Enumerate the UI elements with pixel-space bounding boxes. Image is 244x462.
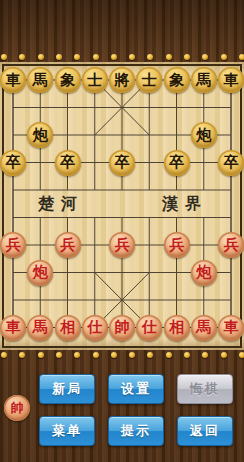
red-piece-相[interactable]: 相 — [55, 315, 81, 341]
undo-button[interactable]: 悔棋 — [177, 374, 233, 404]
black-piece-車[interactable]: 車 — [0, 67, 26, 93]
stud-icon — [184, 352, 190, 358]
stud-icon — [93, 54, 99, 60]
red-piece-兵[interactable]: 兵 — [218, 232, 244, 258]
black-piece-車[interactable]: 車 — [218, 67, 244, 93]
turn-indicator-piece: 帥 — [4, 395, 30, 421]
red-piece-兵[interactable]: 兵 — [55, 232, 81, 258]
stud-icon — [56, 54, 62, 60]
black-piece-卒[interactable]: 卒 — [109, 150, 135, 176]
hint-button[interactable]: 提示 — [108, 416, 164, 446]
settings-button[interactable]: 设置 — [108, 374, 164, 404]
red-piece-炮[interactable]: 炮 — [191, 260, 217, 286]
red-piece-炮[interactable]: 炮 — [27, 260, 53, 286]
black-piece-卒[interactable]: 卒 — [218, 150, 244, 176]
stud-icon — [1, 54, 7, 60]
black-piece-士[interactable]: 士 — [82, 67, 108, 93]
red-piece-相[interactable]: 相 — [164, 315, 190, 341]
stud-icon — [129, 352, 135, 358]
xiangqi-board[interactable]: 楚河 漢界 車馬象士將士象馬車炮炮卒卒卒卒卒兵兵兵兵兵炮炮車馬相仕帥仕相馬車 — [0, 62, 244, 350]
new-game-button[interactable]: 新局 — [39, 374, 95, 404]
stud-icon — [111, 352, 117, 358]
stud-icon — [74, 54, 80, 60]
black-piece-卒[interactable]: 卒 — [164, 150, 190, 176]
black-piece-卒[interactable]: 卒 — [55, 150, 81, 176]
red-piece-兵[interactable]: 兵 — [109, 232, 135, 258]
red-piece-帥[interactable]: 帥 — [109, 315, 135, 341]
stud-icon — [1, 352, 7, 358]
stud-icon — [74, 352, 80, 358]
black-piece-卒[interactable]: 卒 — [0, 150, 26, 176]
stud-icon — [147, 352, 153, 358]
stud-icon — [202, 54, 208, 60]
stud-icon — [202, 352, 208, 358]
stud-icon — [38, 352, 44, 358]
stud-icon — [56, 352, 62, 358]
stud-icon — [93, 352, 99, 358]
stud-icon — [184, 54, 190, 60]
black-piece-象[interactable]: 象 — [55, 67, 81, 93]
back-button[interactable]: 返回 — [177, 416, 233, 446]
red-piece-兵[interactable]: 兵 — [0, 232, 26, 258]
red-piece-車[interactable]: 車 — [218, 315, 244, 341]
menu-button[interactable]: 菜单 — [39, 416, 95, 446]
black-piece-炮[interactable]: 炮 — [191, 122, 217, 148]
black-piece-象[interactable]: 象 — [164, 67, 190, 93]
red-piece-車[interactable]: 車 — [0, 315, 26, 341]
river-label-left: 楚河 — [38, 192, 84, 216]
stud-icon — [221, 352, 227, 358]
red-piece-仕[interactable]: 仕 — [82, 315, 108, 341]
stud-icon — [166, 352, 172, 358]
stud-icon — [166, 54, 172, 60]
stud-icon — [221, 54, 227, 60]
red-piece-馬[interactable]: 馬 — [191, 315, 217, 341]
river-label-right: 漢界 — [162, 192, 208, 216]
stud-icon — [38, 54, 44, 60]
black-piece-馬[interactable]: 馬 — [191, 67, 217, 93]
stud-icon — [239, 352, 244, 358]
xiangqi-app: 楚河 漢界 車馬象士將士象馬車炮炮卒卒卒卒卒兵兵兵兵兵炮炮車馬相仕帥仕相馬車 帥… — [0, 0, 244, 462]
stud-icon — [111, 54, 117, 60]
stud-icon — [147, 54, 153, 60]
stud-icon — [129, 54, 135, 60]
red-piece-仕[interactable]: 仕 — [136, 315, 162, 341]
black-piece-將[interactable]: 將 — [109, 67, 135, 93]
red-piece-馬[interactable]: 馬 — [27, 315, 53, 341]
stud-icon — [239, 54, 244, 60]
stud-icon — [19, 352, 25, 358]
red-piece-兵[interactable]: 兵 — [164, 232, 190, 258]
stud-icon — [19, 54, 25, 60]
